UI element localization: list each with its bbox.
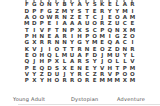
word-list-item-adventure: Adventure [117,96,145,102]
grid-cell[interactable]: P [23,78,31,84]
grid-cell[interactable]: R [68,78,76,84]
grid-cell[interactable]: O [76,78,84,84]
bottom-divider [18,104,160,105]
word-search-grid: FGONYBYAYSKELARDPFGZMYSTERYYMIAOOWRNZETC… [23,2,136,84]
word-list-item-dystopian: Dystopian [71,96,98,102]
grid-cell[interactable]: X [121,78,129,84]
word-list-item-young-adult: Young Adult [13,96,45,102]
grid-cell[interactable]: R [83,78,91,84]
grid-cell[interactable]: O [53,78,61,84]
grid-cell[interactable]: M [114,78,122,84]
grid-cell[interactable]: X [31,78,39,84]
grid-cell[interactable]: H [46,78,54,84]
grid-cell[interactable]: M [106,78,114,84]
grid-cell[interactable]: M [129,78,137,84]
grid-cell[interactable]: R [61,78,69,84]
grid-cell[interactable]: Y [38,78,46,84]
grid-cell[interactable]: M [98,78,106,84]
grid-cell[interactable]: E [91,78,99,84]
